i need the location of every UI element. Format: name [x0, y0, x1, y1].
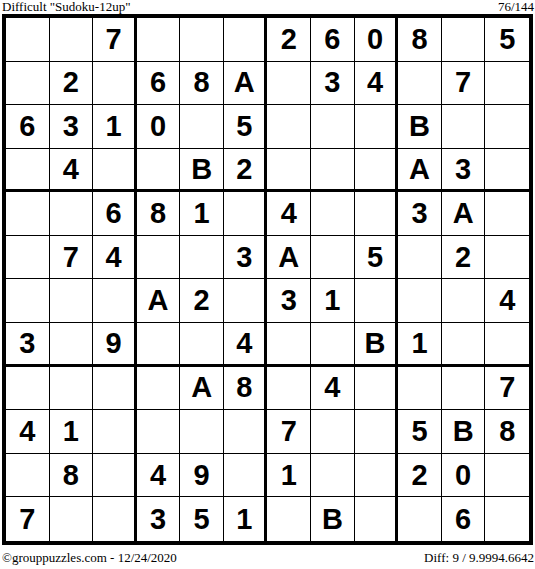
copyright-text: ©grouppuzzles.com - 12/24/2020 [2, 551, 177, 565]
grid-cell-r5c6[interactable] [224, 192, 268, 236]
grid-cell-r12c12[interactable] [485, 497, 529, 541]
grid-cell-r4c3[interactable] [93, 149, 137, 193]
grid-cell-r1c3[interactable]: 7 [93, 18, 137, 62]
grid-cell-r7c10[interactable] [398, 279, 442, 323]
sudoku-board: 726085268A34763105B4B2A368143A743A52A231… [2, 14, 533, 545]
grid-cell-r7c7[interactable]: 3 [267, 279, 311, 323]
grid-cell-r3c9[interactable] [355, 105, 399, 149]
grid-cell-r1c1[interactable] [6, 18, 50, 62]
grid-cell-r8c5[interactable] [180, 323, 224, 367]
grid-cell-r6c2[interactable]: 7 [50, 236, 94, 280]
grid-cell-r12c1[interactable]: 7 [6, 497, 50, 541]
grid-cell-r7c5[interactable]: 2 [180, 279, 224, 323]
grid-cell-r6c12[interactable] [485, 236, 529, 280]
grid-cell-r4c11[interactable]: 3 [442, 149, 486, 193]
grid-cell-r5c12[interactable] [485, 192, 529, 236]
grid-cell-r11c12[interactable] [485, 454, 529, 498]
grid-cell-r6c10[interactable] [398, 236, 442, 280]
grid-cell-r7c2[interactable] [50, 279, 94, 323]
grid-cell-r2c11[interactable]: 7 [442, 62, 486, 106]
grid-cell-r8c8[interactable] [311, 323, 355, 367]
puzzle-title: Difficult "Sudoku-12up" [2, 0, 130, 13]
grid-cell-r12c6[interactable]: 1 [224, 497, 268, 541]
grid-cell-r9c5[interactable]: A [180, 367, 224, 411]
grid-cell-r9c9[interactable] [355, 367, 399, 411]
grid-cell-r9c8[interactable]: 4 [311, 367, 355, 411]
grid-cell-r11c7[interactable]: 1 [267, 454, 311, 498]
grid-cell-r10c12[interactable]: 8 [485, 410, 529, 454]
grid-cell-r10c7[interactable]: 7 [267, 410, 311, 454]
grid-cell-r4c10[interactable]: A [398, 149, 442, 193]
grid-cell-r1c9[interactable]: 0 [355, 18, 399, 62]
grid-cell-r11c10[interactable]: 2 [398, 454, 442, 498]
grid-cell-r4c1[interactable] [6, 149, 50, 193]
grid-cell-r12c10[interactable] [398, 497, 442, 541]
grid-cell-r10c2[interactable]: 1 [50, 410, 94, 454]
grid-cell-r10c8[interactable] [311, 410, 355, 454]
grid-cell-r11c11[interactable]: 0 [442, 454, 486, 498]
grid-cell-r12c8[interactable]: B [311, 497, 355, 541]
grid-cell-r7c1[interactable] [6, 279, 50, 323]
grid-cell-r2c1[interactable] [6, 62, 50, 106]
grid-cell-r6c6[interactable]: 3 [224, 236, 268, 280]
grid-cell-r4c6[interactable]: 2 [224, 149, 268, 193]
grid-cell-r10c6[interactable] [224, 410, 268, 454]
grid-cell-r11c5[interactable]: 9 [180, 454, 224, 498]
grid-cell-r7c3[interactable] [93, 279, 137, 323]
grid-cell-r6c4[interactable] [137, 236, 181, 280]
grid-cell-r7c4[interactable]: A [137, 279, 181, 323]
grid-cell-r6c8[interactable] [311, 236, 355, 280]
grid-cell-r8c2[interactable] [50, 323, 94, 367]
grid-cell-r8c3[interactable]: 9 [93, 323, 137, 367]
grid-cell-r11c1[interactable] [6, 454, 50, 498]
page-footer: ©grouppuzzles.com - 12/24/2020 Diff: 9 /… [0, 545, 535, 565]
grid-cell-r4c8[interactable] [311, 149, 355, 193]
grid-cell-r1c4[interactable] [137, 18, 181, 62]
grid-cell-r3c2[interactable]: 3 [50, 105, 94, 149]
grid-cell-r12c5[interactable]: 5 [180, 497, 224, 541]
grid-cell-r9c6[interactable]: 8 [224, 367, 268, 411]
grid-cell-r11c4[interactable]: 4 [137, 454, 181, 498]
grid-cell-r2c3[interactable] [93, 62, 137, 106]
grid-cell-r1c2[interactable] [50, 18, 94, 62]
grid-cell-r6c11[interactable]: 2 [442, 236, 486, 280]
grid-cell-r4c7[interactable] [267, 149, 311, 193]
grid-cell-r9c11[interactable] [442, 367, 486, 411]
grid-cell-r7c9[interactable] [355, 279, 399, 323]
grid-cell-r3c7[interactable] [267, 105, 311, 149]
grid-cell-r6c5[interactable] [180, 236, 224, 280]
grid-cell-r3c3[interactable]: 1 [93, 105, 137, 149]
grid-cell-r8c10[interactable]: 1 [398, 323, 442, 367]
grid-cell-r2c10[interactable] [398, 62, 442, 106]
grid-cell-r3c5[interactable] [180, 105, 224, 149]
grid-cell-r6c3[interactable]: 4 [93, 236, 137, 280]
grid-cell-r9c4[interactable] [137, 367, 181, 411]
grid-cell-r6c1[interactable] [6, 236, 50, 280]
grid-cell-r8c7[interactable] [267, 323, 311, 367]
grid-cell-r7c11[interactable] [442, 279, 486, 323]
grid-cell-r2c8[interactable]: 3 [311, 62, 355, 106]
grid-cell-r6c7[interactable]: A [267, 236, 311, 280]
grid-cell-r1c11[interactable] [442, 18, 486, 62]
grid-cell-r12c3[interactable] [93, 497, 137, 541]
grid-cell-r12c9[interactable] [355, 497, 399, 541]
grid-cell-r3c10[interactable]: B [398, 105, 442, 149]
grid-cell-r4c5[interactable]: B [180, 149, 224, 193]
grid-cell-r10c10[interactable]: 5 [398, 410, 442, 454]
grid-cell-r5c9[interactable] [355, 192, 399, 236]
grid-cell-r3c1[interactable]: 6 [6, 105, 50, 149]
grid-cell-r7c6[interactable] [224, 279, 268, 323]
grid-cell-r8c4[interactable] [137, 323, 181, 367]
grid-cell-r4c9[interactable] [355, 149, 399, 193]
grid-cell-r4c4[interactable] [137, 149, 181, 193]
grid-cell-r8c12[interactable] [485, 323, 529, 367]
grid-cell-r5c3[interactable]: 6 [93, 192, 137, 236]
grid-cell-r3c8[interactable] [311, 105, 355, 149]
grid-cell-r10c9[interactable] [355, 410, 399, 454]
grid-cell-r11c8[interactable] [311, 454, 355, 498]
grid-cell-r11c2[interactable]: 8 [50, 454, 94, 498]
grid-cell-r5c11[interactable]: A [442, 192, 486, 236]
grid-cell-r12c7[interactable] [267, 497, 311, 541]
grid-cell-r7c8[interactable]: 1 [311, 279, 355, 323]
grid-cell-r8c6[interactable]: 4 [224, 323, 268, 367]
grid-cell-r3c12[interactable] [485, 105, 529, 149]
grid-cell-r7c12[interactable]: 4 [485, 279, 529, 323]
grid-cell-r2c2[interactable]: 2 [50, 62, 94, 106]
grid-cell-r2c12[interactable] [485, 62, 529, 106]
difficulty-text: Diff: 9 / 9.9994.6642 [424, 551, 534, 565]
grid-cell-r2c7[interactable] [267, 62, 311, 106]
grid-cell-r12c4[interactable]: 3 [137, 497, 181, 541]
grid-cell-r10c3[interactable] [93, 410, 137, 454]
grid-cell-r9c3[interactable] [93, 367, 137, 411]
grid-cell-r1c10[interactable]: 8 [398, 18, 442, 62]
grid-cell-r12c11[interactable]: 6 [442, 497, 486, 541]
grid-cell-r2c6[interactable]: A [224, 62, 268, 106]
grid-cell-r8c9[interactable]: B [355, 323, 399, 367]
grid-cell-r11c9[interactable] [355, 454, 399, 498]
grid-cell-r2c9[interactable]: 4 [355, 62, 399, 106]
grid-cell-r5c10[interactable]: 3 [398, 192, 442, 236]
grid-cell-r3c6[interactable]: 5 [224, 105, 268, 149]
page-number: 76/144 [498, 0, 534, 13]
grid-cell-r5c1[interactable] [6, 192, 50, 236]
page-header: Difficult "Sudoku-12up" 76/144 [0, 0, 535, 14]
grid-cell-r1c6[interactable] [224, 18, 268, 62]
grid-cell-r1c8[interactable]: 6 [311, 18, 355, 62]
grid-cell-r3c4[interactable]: 0 [137, 105, 181, 149]
grid-cell-r4c2[interactable]: 4 [50, 149, 94, 193]
grid-cell-r11c6[interactable] [224, 454, 268, 498]
grid-cell-r5c4[interactable]: 8 [137, 192, 181, 236]
grid-cell-r5c7[interactable]: 4 [267, 192, 311, 236]
grid-cell-r12c2[interactable] [50, 497, 94, 541]
grid-cell-r9c12[interactable]: 7 [485, 367, 529, 411]
grid-cell-r5c2[interactable] [50, 192, 94, 236]
grid-cell-r3c11[interactable] [442, 105, 486, 149]
grid-cell-r8c1[interactable]: 3 [6, 323, 50, 367]
grid-cell-r10c4[interactable] [137, 410, 181, 454]
grid-cell-r4c12[interactable] [485, 149, 529, 193]
grid-cell-r5c8[interactable] [311, 192, 355, 236]
grid-cell-r10c1[interactable]: 4 [6, 410, 50, 454]
grid-cell-r9c1[interactable] [6, 367, 50, 411]
grid-cell-r2c5[interactable]: 8 [180, 62, 224, 106]
grid-cell-r5c5[interactable]: 1 [180, 192, 224, 236]
grid-cell-r9c2[interactable] [50, 367, 94, 411]
grid-cell-r9c7[interactable] [267, 367, 311, 411]
grid-cell-r9c10[interactable] [398, 367, 442, 411]
grid-cell-r1c5[interactable] [180, 18, 224, 62]
grid-cell-r10c5[interactable] [180, 410, 224, 454]
grid-cell-r6c9[interactable]: 5 [355, 236, 399, 280]
grid-cell-r8c11[interactable] [442, 323, 486, 367]
grid-cell-r1c12[interactable]: 5 [485, 18, 529, 62]
grid-cell-r2c4[interactable]: 6 [137, 62, 181, 106]
grid-cell-r10c11[interactable]: B [442, 410, 486, 454]
grid-cell-r1c7[interactable]: 2 [267, 18, 311, 62]
grid-cell-r11c3[interactable] [93, 454, 137, 498]
